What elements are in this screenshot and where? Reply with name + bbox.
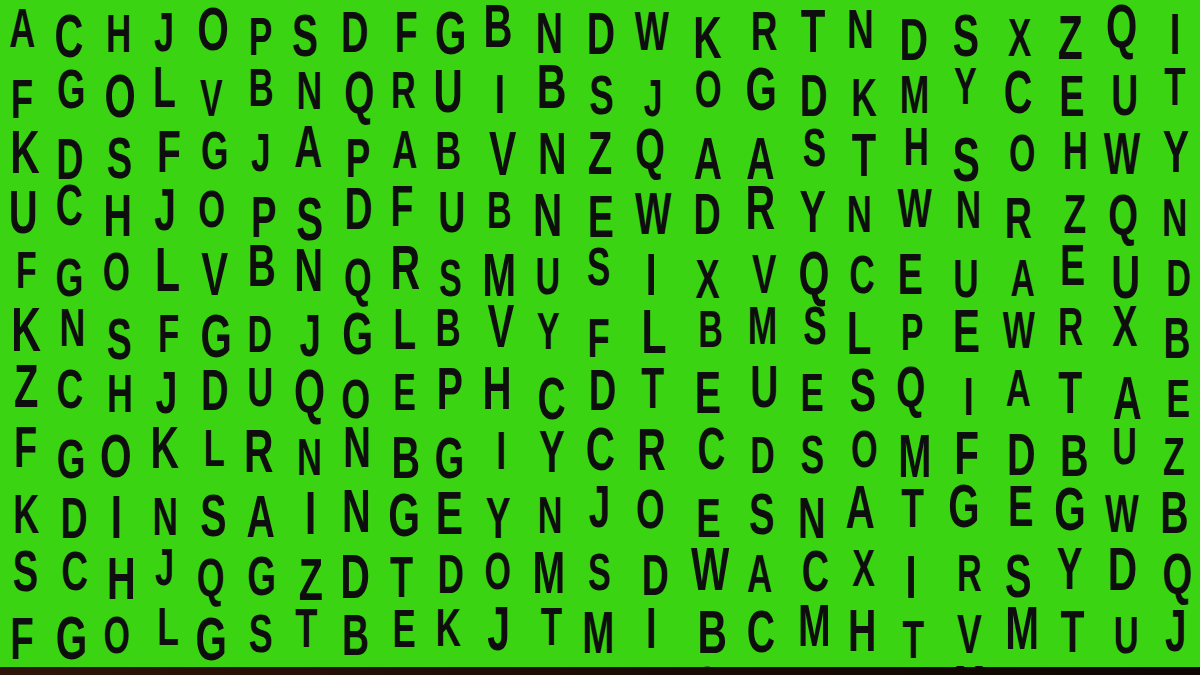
grid-cell-r6c12[interactable]: Y [525,300,575,360]
grid-cell-r11c21[interactable]: M [992,600,1049,660]
grid-cell-r5c2[interactable]: G [47,240,94,300]
letter-glyph: D [438,546,464,602]
grid-cell-r3c18[interactable]: T [838,120,885,180]
letter-glyph: U [535,251,560,303]
grid-cell-r2c17[interactable]: D [788,60,838,120]
grid-cell-r3c12[interactable]: N [525,120,575,180]
letter-glyph: G [746,59,777,120]
grid-cell-r3c8[interactable]: P [332,120,379,180]
grid-cell-r6c11[interactable]: V [475,300,525,360]
grid-cell-r11c12[interactable]: T [525,600,575,660]
grid-cell-r8c1[interactable]: F [0,420,47,480]
grid-cell-r2c21[interactable]: C [992,60,1049,120]
grid-cell-r2c19[interactable]: M [885,60,942,120]
letter-glyph: S [106,312,131,369]
grid-cell-r5c17[interactable]: Q [788,240,838,300]
letter-glyph: V [752,246,776,301]
grid-cell-r3c20[interactable]: S [942,120,992,180]
grid-cell-r8c2[interactable]: G [47,420,94,480]
grid-cell-r9c1[interactable]: K [0,480,47,540]
grid-cell-r6c2[interactable]: N [47,300,94,360]
grid-cell-r4c22[interactable]: Z [1048,180,1095,240]
grid-cell-r3c11[interactable]: V [475,120,525,180]
letter-glyph: I [1170,6,1181,64]
grid-cell-r7c19[interactable]: Q [885,360,942,420]
letter-glyph: A [845,476,874,538]
grid-cell-r9c21[interactable]: E [992,480,1049,540]
letter-glyph: S [12,543,37,601]
grid-cell-r1c24[interactable]: I [1153,0,1200,60]
grid-cell-r10c13[interactable]: S [575,540,625,600]
grid-cell-r2c13[interactable]: S [575,60,625,120]
grid-cell-r8c9[interactable]: B [380,420,427,480]
grid-cell-r9c8[interactable]: N [332,480,379,540]
grid-cell-r7c9[interactable]: E [380,360,427,420]
grid-cell-r10c19[interactable]: I [885,540,942,600]
grid-cell-r3c13[interactable]: Z [575,120,625,180]
grid-cell-r1c18[interactable]: N [838,0,885,60]
grid-cell-r10c20[interactable]: R [942,540,992,600]
grid-cell-r5c22[interactable]: E [1048,240,1095,300]
grid-cell-r7c21[interactable]: A [992,360,1049,420]
grid-cell-r7c23[interactable]: A [1096,360,1153,420]
grid-cell-r11c15[interactable]: B [681,600,738,660]
grid-cell-r2c6[interactable]: B [237,60,284,120]
grid-cell-r8c13[interactable]: C [575,420,625,480]
grid-cell-r4c8[interactable]: D [332,180,379,240]
grid-cell-r7c3[interactable]: H [95,360,142,420]
grid-cell-r11c19[interactable]: T [885,600,942,660]
letter-glyph: V [489,124,516,186]
grid-cell-r5c8[interactable]: Q [332,240,379,300]
grid-cell-r10c6[interactable]: G [237,540,284,600]
grid-cell-r1c3[interactable]: H [95,0,142,60]
grid-cell-r11c2[interactable]: G [47,600,94,660]
grid-cell-r8c14[interactable]: R [624,420,681,480]
grid-cell-r6c14[interactable]: L [624,300,681,360]
grid-cell-r1c19[interactable]: D [885,0,942,60]
grid-cell-r10c17[interactable]: C [788,540,838,600]
letter-glyph: Q [636,121,666,179]
grid-cell-r6c17[interactable]: S [788,300,838,360]
grid-cell-r8c20[interactable]: F [942,420,992,480]
grid-cell-r8c4[interactable]: K [142,420,189,480]
letter-glyph: N [294,241,323,302]
letter-glyph: A [694,130,722,189]
grid-cell-r10c22[interactable]: Y [1048,540,1095,600]
grid-cell-r1c7[interactable]: S [285,0,332,60]
grid-cell-r6c9[interactable]: L [380,300,427,360]
letter-glyph: B [483,0,512,57]
grid-cell-r5c20[interactable]: U [942,240,992,300]
grid-cell-r9c12[interactable]: N [525,480,575,540]
grid-cell-r5c9[interactable]: R [380,240,427,300]
letter-glyph: F [395,5,418,62]
grid-cell-r5c6[interactable]: B [237,240,284,300]
grid-cell-r1c21[interactable]: X [992,0,1049,60]
grid-cell-r4c12[interactable]: N [525,180,575,240]
grid-cell-r6c15[interactable]: B [681,300,738,360]
grid-cell-r6c19[interactable]: P [885,300,942,360]
grid-cell-r9c11[interactable]: Y [475,480,525,540]
grid-cell-r11c11[interactable]: J [475,600,525,660]
grid-cell-r10c7[interactable]: Z [285,540,332,600]
grid-cell-r4c18[interactable]: N [838,180,885,240]
grid-cell-r5c24[interactable]: D [1153,240,1200,300]
letter-glyph: B [249,62,274,115]
grid-cell-r4c6[interactable]: P [237,180,284,240]
grid-cell-r5c4[interactable]: L [142,240,189,300]
grid-cell-r3c10[interactable]: B [427,120,474,180]
grid-cell-r6c10[interactable]: B [427,300,474,360]
grid-cell-r9c17[interactable]: N [788,480,838,540]
letter-glyph: N [296,64,322,118]
grid-cell-r3c5[interactable]: G [190,120,237,180]
grid-cell-r11c23[interactable]: U [1096,600,1153,660]
grid-cell-r7c12[interactable]: C [525,360,575,420]
letter-glyph: U [248,360,274,415]
grid-cell-r2c5[interactable]: V [190,60,237,120]
grid-cell-r8c6[interactable]: R [237,420,284,480]
grid-cell-r3c7[interactable]: A [285,120,332,180]
grid-cell-r9c2[interactable]: D [47,480,94,540]
grid-cell-r2c8[interactable]: Q [332,60,379,120]
grid-cell-r5c1[interactable]: F [0,240,47,300]
grid-cell-r8c11[interactable]: I [475,420,525,480]
grid-cell-r4c21[interactable]: R [992,180,1049,240]
grid-cell-r6c21[interactable]: W [992,300,1049,360]
grid-cell-r11c7[interactable]: T [285,600,332,660]
grid-cell-r7c14[interactable]: T [624,360,681,420]
grid-cell-r6c1[interactable]: K [0,300,47,360]
grid-cell-r4c17[interactable]: Y [788,180,838,240]
grid-cell-r3c6[interactable]: J [237,120,284,180]
grid-cell-r1c8[interactable]: D [332,0,379,60]
grid-cell-r10c14[interactable]: D [624,540,681,600]
grid-cell-r3c15[interactable]: A [681,120,738,180]
letter-glyph: M [1005,598,1039,660]
grid-cell-r11c6[interactable]: S [237,600,284,660]
letter-glyph: C [849,248,875,302]
grid-cell-r6c3[interactable]: S [95,300,142,360]
grid-cell-r2c1[interactable]: F [0,60,47,120]
letter-glyph: G [57,61,85,116]
grid-cell-r11c9[interactable]: E [380,600,427,660]
grid-cell-r2c15[interactable]: O [681,60,738,120]
grid-cell-r5c14[interactable]: I [624,240,681,300]
grid-cell-r10c23[interactable]: D [1096,540,1153,600]
grid-cell-r10c4[interactable]: J [142,540,189,600]
grid-cell-r3c4[interactable]: F [142,120,189,180]
grid-cell-r8c19[interactable]: M [885,420,942,480]
grid-cell-r5c5[interactable]: V [190,240,237,300]
grid-cell-r9c13[interactable]: J [575,480,625,540]
letter-glyph: I [111,487,122,549]
grid-cell-r9c18[interactable]: A [838,480,885,540]
grid-cell-r8c12[interactable]: Y [525,420,575,480]
grid-cell-r2c3[interactable]: O [95,60,142,120]
grid-cell-r4c16[interactable]: R [738,180,788,240]
grid-cell-r5c18[interactable]: C [838,240,885,300]
grid-cell-r5c11[interactable]: M [475,240,525,300]
grid-cell-r3c16[interactable]: A [738,120,788,180]
grid-cell-r6c8[interactable]: G [332,300,379,360]
grid-cell-r10c18[interactable]: X [838,540,885,600]
grid-cell-r11c18[interactable]: H [838,600,885,660]
grid-cell-r10c10[interactable]: D [427,540,474,600]
grid-cell-r7c20[interactable]: I [942,360,992,420]
grid-cell-r6c23[interactable]: X [1096,300,1153,360]
grid-cell-r11c24[interactable]: J [1153,600,1200,660]
letter-glyph: A [1006,362,1031,415]
grid-cell-r5c16[interactable]: V [738,240,788,300]
grid-cell-r8c7[interactable]: N [285,420,332,480]
grid-cell-r6c20[interactable]: E [942,300,992,360]
grid-cell-r1c12[interactable]: N [525,0,575,60]
grid-cell-r2c24[interactable]: T [1153,60,1200,120]
grid-cell-r9c6[interactable]: A [237,480,284,540]
grid-cell-r2c23[interactable]: U [1096,60,1153,120]
letter-glyph: N [344,419,372,477]
grid-cell-r3c9[interactable]: A [380,120,427,180]
grid-cell-r4c24[interactable]: N [1153,180,1200,240]
grid-cell-r1c23[interactable]: Q [1096,0,1153,60]
grid-cell-r4c5[interactable]: O [190,180,237,240]
grid-cell-r10c11[interactable]: O [475,540,525,600]
grid-cell-r8c22[interactable]: B [1048,420,1095,480]
grid-cell-r3c19[interactable]: H [885,120,942,180]
grid-cell-r2c14[interactable]: J [624,60,681,120]
letter-glyph: O [851,424,878,476]
grid-cell-r1c5[interactable]: O [190,0,237,60]
grid-cell-r4c3[interactable]: H [95,180,142,240]
grid-cell-r5c3[interactable]: O [95,240,142,300]
grid-cell-r1c2[interactable]: C [47,0,94,60]
grid-cell-r1c13[interactable]: D [575,0,625,60]
grid-cell-r6c4[interactable]: F [142,300,189,360]
grid-cell-r3c2[interactable]: D [47,120,94,180]
grid-cell-r10c8[interactable]: D [332,540,379,600]
letter-glyph: T [295,601,317,656]
grid-cell-r11c5[interactable]: G [190,600,237,660]
grid-cell-r8c21[interactable]: D [992,420,1049,480]
grid-cell-r8c10[interactable]: G [427,420,474,480]
grid-cell-r10c12[interactable]: M [525,540,575,600]
grid-cell-r8c17[interactable]: S [788,420,838,480]
grid-cell-r2c12[interactable]: B [525,60,575,120]
grid-cell-r9c15[interactable]: E [681,480,738,540]
grid-cell-r1c6[interactable]: P [237,0,284,60]
grid-cell-r2c20[interactable]: Y [942,60,992,120]
grid-cell-r10c3[interactable]: H [95,540,142,600]
grid-cell-r1c16[interactable]: R [738,0,788,60]
grid-cell-r5c10[interactable]: S [427,240,474,300]
grid-cell-r5c19[interactable]: E [885,240,942,300]
grid-cell-r4c19[interactable]: W [885,180,942,240]
letter-glyph: T [1060,602,1084,661]
grid-cell-r9c14[interactable]: O [624,480,681,540]
grid-cell-r10c2[interactable]: C [47,540,94,600]
letter-glyph: Q [344,251,372,305]
grid-cell-r8c23[interactable]: U [1096,420,1153,480]
grid-cell-r5c12[interactable]: U [525,240,575,300]
grid-cell-r5c13[interactable]: S [575,240,625,300]
grid-cell-r11c17[interactable]: M [788,600,838,660]
grid-cell-r5c7[interactable]: N [285,240,332,300]
grid-cell-r9c9[interactable]: G [380,480,427,540]
grid-cell-r9c7[interactable]: I [285,480,332,540]
grid-cell-r10c21[interactable]: S [992,540,1049,600]
grid-cell-r4c1[interactable]: U [0,180,47,240]
grid-cell-r11c1[interactable]: F [0,600,47,660]
grid-cell-r2c22[interactable]: E [1048,60,1095,120]
grid-cell-r9c4[interactable]: N [142,480,189,540]
grid-cell-r8c24[interactable]: Z [1153,420,1200,480]
grid-cell-r6c6[interactable]: D [237,300,284,360]
letter-glyph: E [898,246,923,303]
grid-cell-r10c9[interactable]: T [380,540,427,600]
letter-glyph: C [586,418,615,479]
grid-cell-r3c21[interactable]: O [992,120,1049,180]
grid-cell-r1c10[interactable]: G [427,0,474,60]
grid-cell-r7c8[interactable]: O [332,360,379,420]
grid-cell-r4c23[interactable]: Q [1096,180,1153,240]
grid-cell-r9c16[interactable]: S [738,480,788,540]
grid-cell-r4c4[interactable]: J [142,180,189,240]
grid-cell-r10c1[interactable]: S [0,540,47,600]
grid-cell-r4c7[interactable]: S [285,180,332,240]
grid-cell-r4c13[interactable]: E [575,180,625,240]
grid-cell-r7c11[interactable]: H [475,360,525,420]
grid-cell-r7c13[interactable]: D [575,360,625,420]
grid-cell-r8c8[interactable]: N [332,420,379,480]
grid-cell-r7c16[interactable]: U [738,360,788,420]
grid-cell-r6c24[interactable]: B [1153,300,1200,360]
grid-cell-r4c14[interactable]: W [624,180,681,240]
grid-cell-r6c16[interactable]: M [738,300,788,360]
grid-cell-r10c5[interactable]: Q [190,540,237,600]
grid-cell-r1c15[interactable]: K [681,0,738,60]
grid-cell-r11c8[interactable]: B [332,600,379,660]
letter-glyph: D [899,10,928,70]
letter-glyph: W [691,538,729,600]
grid-cell-r11c10[interactable]: K [427,600,474,660]
grid-cell-r6c5[interactable]: G [190,300,237,360]
grid-cell-r6c18[interactable]: L [838,300,885,360]
grid-cell-r1c4[interactable]: J [142,0,189,60]
grid-cell-r6c7[interactable]: J [285,300,332,360]
grid-cell-r11c22[interactable]: T [1048,600,1095,660]
grid-cell-r10c15[interactable]: W [681,540,738,600]
letter-glyph: T [852,126,876,186]
grid-cell-r3c22[interactable]: H [1048,120,1095,180]
letter-glyph: S [292,7,318,66]
grid-cell-r4c15[interactable]: D [681,180,738,240]
grid-cell-r6c13[interactable]: F [575,300,625,360]
letter-glyph: G [57,432,86,488]
grid-cell-r5c23[interactable]: U [1096,240,1153,300]
grid-cell-r7c7[interactable]: Q [285,360,332,420]
grid-cell-r7c24[interactable]: E [1153,360,1200,420]
grid-cell-r5c21[interactable]: A [992,240,1049,300]
letter-glyph: W [1104,125,1141,184]
grid-cell-r1c1[interactable]: A [0,0,47,60]
grid-cell-r1c9[interactable]: F [380,0,427,60]
grid-cell-r3c1[interactable]: K [0,120,47,180]
grid-cell-r11c13[interactable]: M [575,600,625,660]
letter-glyph: R [244,421,274,483]
letter-glyph: H [848,601,876,661]
grid-cell-r7c6[interactable]: U [237,360,284,420]
letter-glyph: E [1008,478,1033,536]
grid-cell-r4c20[interactable]: N [942,180,992,240]
grid-cell-r7c15[interactable]: E [681,360,738,420]
grid-cell-r8c3[interactable]: O [95,420,142,480]
grid-cell-r8c15[interactable]: C [681,420,738,480]
grid-cell-r2c9[interactable]: R [380,60,427,120]
grid-cell-r8c16[interactable]: D [738,420,788,480]
grid-cell-r7c18[interactable]: S [838,360,885,420]
grid-cell-r5c15[interactable]: X [681,240,738,300]
grid-cell-r3c24[interactable]: Y [1153,120,1200,180]
grid-cell-r4c9[interactable]: F [380,180,427,240]
grid-cell-r2c11[interactable]: I [475,60,525,120]
grid-cell-r3c14[interactable]: Q [624,120,681,180]
grid-cell-r1c11[interactable]: B [475,0,525,60]
grid-cell-r2c16[interactable]: G [738,60,788,120]
grid-cell-r7c10[interactable]: P [427,360,474,420]
grid-cell-r7c17[interactable]: E [788,360,838,420]
grid-cell-r11c16[interactable]: C [738,600,788,660]
grid-cell-r1c14[interactable]: W [624,0,681,60]
letter-glyph: M [747,299,777,353]
grid-cell-r8c18[interactable]: O [838,420,885,480]
grid-cell-r3c23[interactable]: W [1096,120,1153,180]
grid-cell-r9c22[interactable]: G [1048,480,1095,540]
grid-cell-r4c11[interactable]: B [475,180,525,240]
grid-cell-r4c10[interactable]: U [427,180,474,240]
grid-cell-r8c5[interactable]: L [190,420,237,480]
grid-cell-r11c20[interactable]: V [942,600,992,660]
letter-glyph: J [251,126,271,179]
grid-cell-r7c1[interactable]: Z [0,360,47,420]
grid-cell-r1c22[interactable]: Z [1048,0,1095,60]
grid-cell-r2c4[interactable]: L [142,60,189,120]
grid-cell-r11c4[interactable]: L [142,600,189,660]
grid-cell-r7c2[interactable]: C [47,360,94,420]
grid-cell-r2c10[interactable]: U [427,60,474,120]
grid-cell-r11c14[interactable]: I [624,600,681,660]
grid-cell-r2c7[interactable]: N [285,60,332,120]
grid-cell-r10c24[interactable]: Q [1153,540,1200,600]
grid-cell-r1c17[interactable]: T [788,0,838,60]
grid-cell-r4c2[interactable]: C [47,180,94,240]
grid-cell-r9c20[interactable]: G [942,480,992,540]
grid-cell-r9c24[interactable]: B [1153,480,1200,540]
grid-cell-r7c22[interactable]: T [1048,360,1095,420]
grid-cell-r3c17[interactable]: S [788,120,838,180]
grid-cell-r9c5[interactable]: S [190,480,237,540]
grid-cell-r1c20[interactable]: S [942,0,992,60]
letter-glyph: S [439,253,462,305]
grid-cell-r6c22[interactable]: R [1048,300,1095,360]
grid-cell-r7c4[interactable]: J [142,360,189,420]
grid-cell-r2c18[interactable]: K [838,60,885,120]
letter-glyph: O [695,63,722,116]
grid-cell-r10c16[interactable]: A [738,540,788,600]
grid-cell-r9c23[interactable]: W [1096,480,1153,540]
grid-cell-r9c19[interactable]: T [885,480,942,540]
